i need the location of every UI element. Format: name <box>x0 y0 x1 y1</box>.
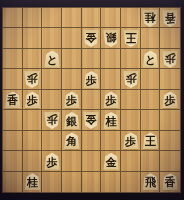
gote-pawn-piece[interactable]: 歩 <box>123 71 139 88</box>
gote-king-piece[interactable]: 王 <box>123 30 139 47</box>
gote-silver-piece[interactable]: 銀 <box>103 30 119 47</box>
sente-pawn-piece[interactable]: 歩 <box>24 91 40 108</box>
gote-pawn-piece[interactable]: 歩 <box>162 51 178 68</box>
sente-pawn-piece[interactable]: 歩 <box>123 132 139 149</box>
sente-promoted-pawn-piece[interactable]: と <box>44 51 60 68</box>
shogi-game-screenshot: 桂香金銀王とと歩歩歩歩香歩歩歩歩歩銀金桂角歩王歩金桂飛香 <box>0 0 184 200</box>
pieces-layer: 桂香金銀王とと歩歩歩歩香歩歩歩歩歩銀金桂角歩王歩金桂飛香 <box>3 8 180 192</box>
sente-pawn-piece[interactable]: 歩 <box>64 91 80 108</box>
sente-rook-piece[interactable]: 飛 <box>142 173 158 190</box>
gote-gold-piece[interactable]: 金 <box>83 112 99 129</box>
sente-promoted-pawn-piece[interactable]: と <box>142 51 158 68</box>
sente-pawn-piece[interactable]: 歩 <box>103 91 119 108</box>
sente-pawn-piece[interactable]: 歩 <box>162 91 178 108</box>
gote-knight-piece[interactable]: 桂 <box>142 10 158 27</box>
gote-pawn-piece[interactable]: 歩 <box>44 112 60 129</box>
gote-gold-piece[interactable]: 金 <box>83 30 99 47</box>
sente-knight-piece[interactable]: 桂 <box>24 173 40 190</box>
sente-silver-piece[interactable]: 銀 <box>64 112 80 129</box>
sente-king-piece[interactable]: 王 <box>142 132 158 149</box>
sente-knight-piece[interactable]: 桂 <box>103 112 119 129</box>
sente-lance-piece[interactable]: 香 <box>162 173 178 190</box>
sente-pawn-piece[interactable]: 歩 <box>44 153 60 170</box>
sente-bishop-piece[interactable]: 角 <box>64 132 80 149</box>
sente-pawn-piece[interactable]: 歩 <box>83 71 99 88</box>
sente-gold-piece[interactable]: 金 <box>103 153 119 170</box>
sente-lance-piece[interactable]: 香 <box>5 91 21 108</box>
shogi-board: 桂香金銀王とと歩歩歩歩香歩歩歩歩歩銀金桂角歩王歩金桂飛香 <box>2 7 181 193</box>
gote-lance-piece[interactable]: 香 <box>162 10 178 27</box>
gote-pawn-piece[interactable]: 歩 <box>24 71 40 88</box>
